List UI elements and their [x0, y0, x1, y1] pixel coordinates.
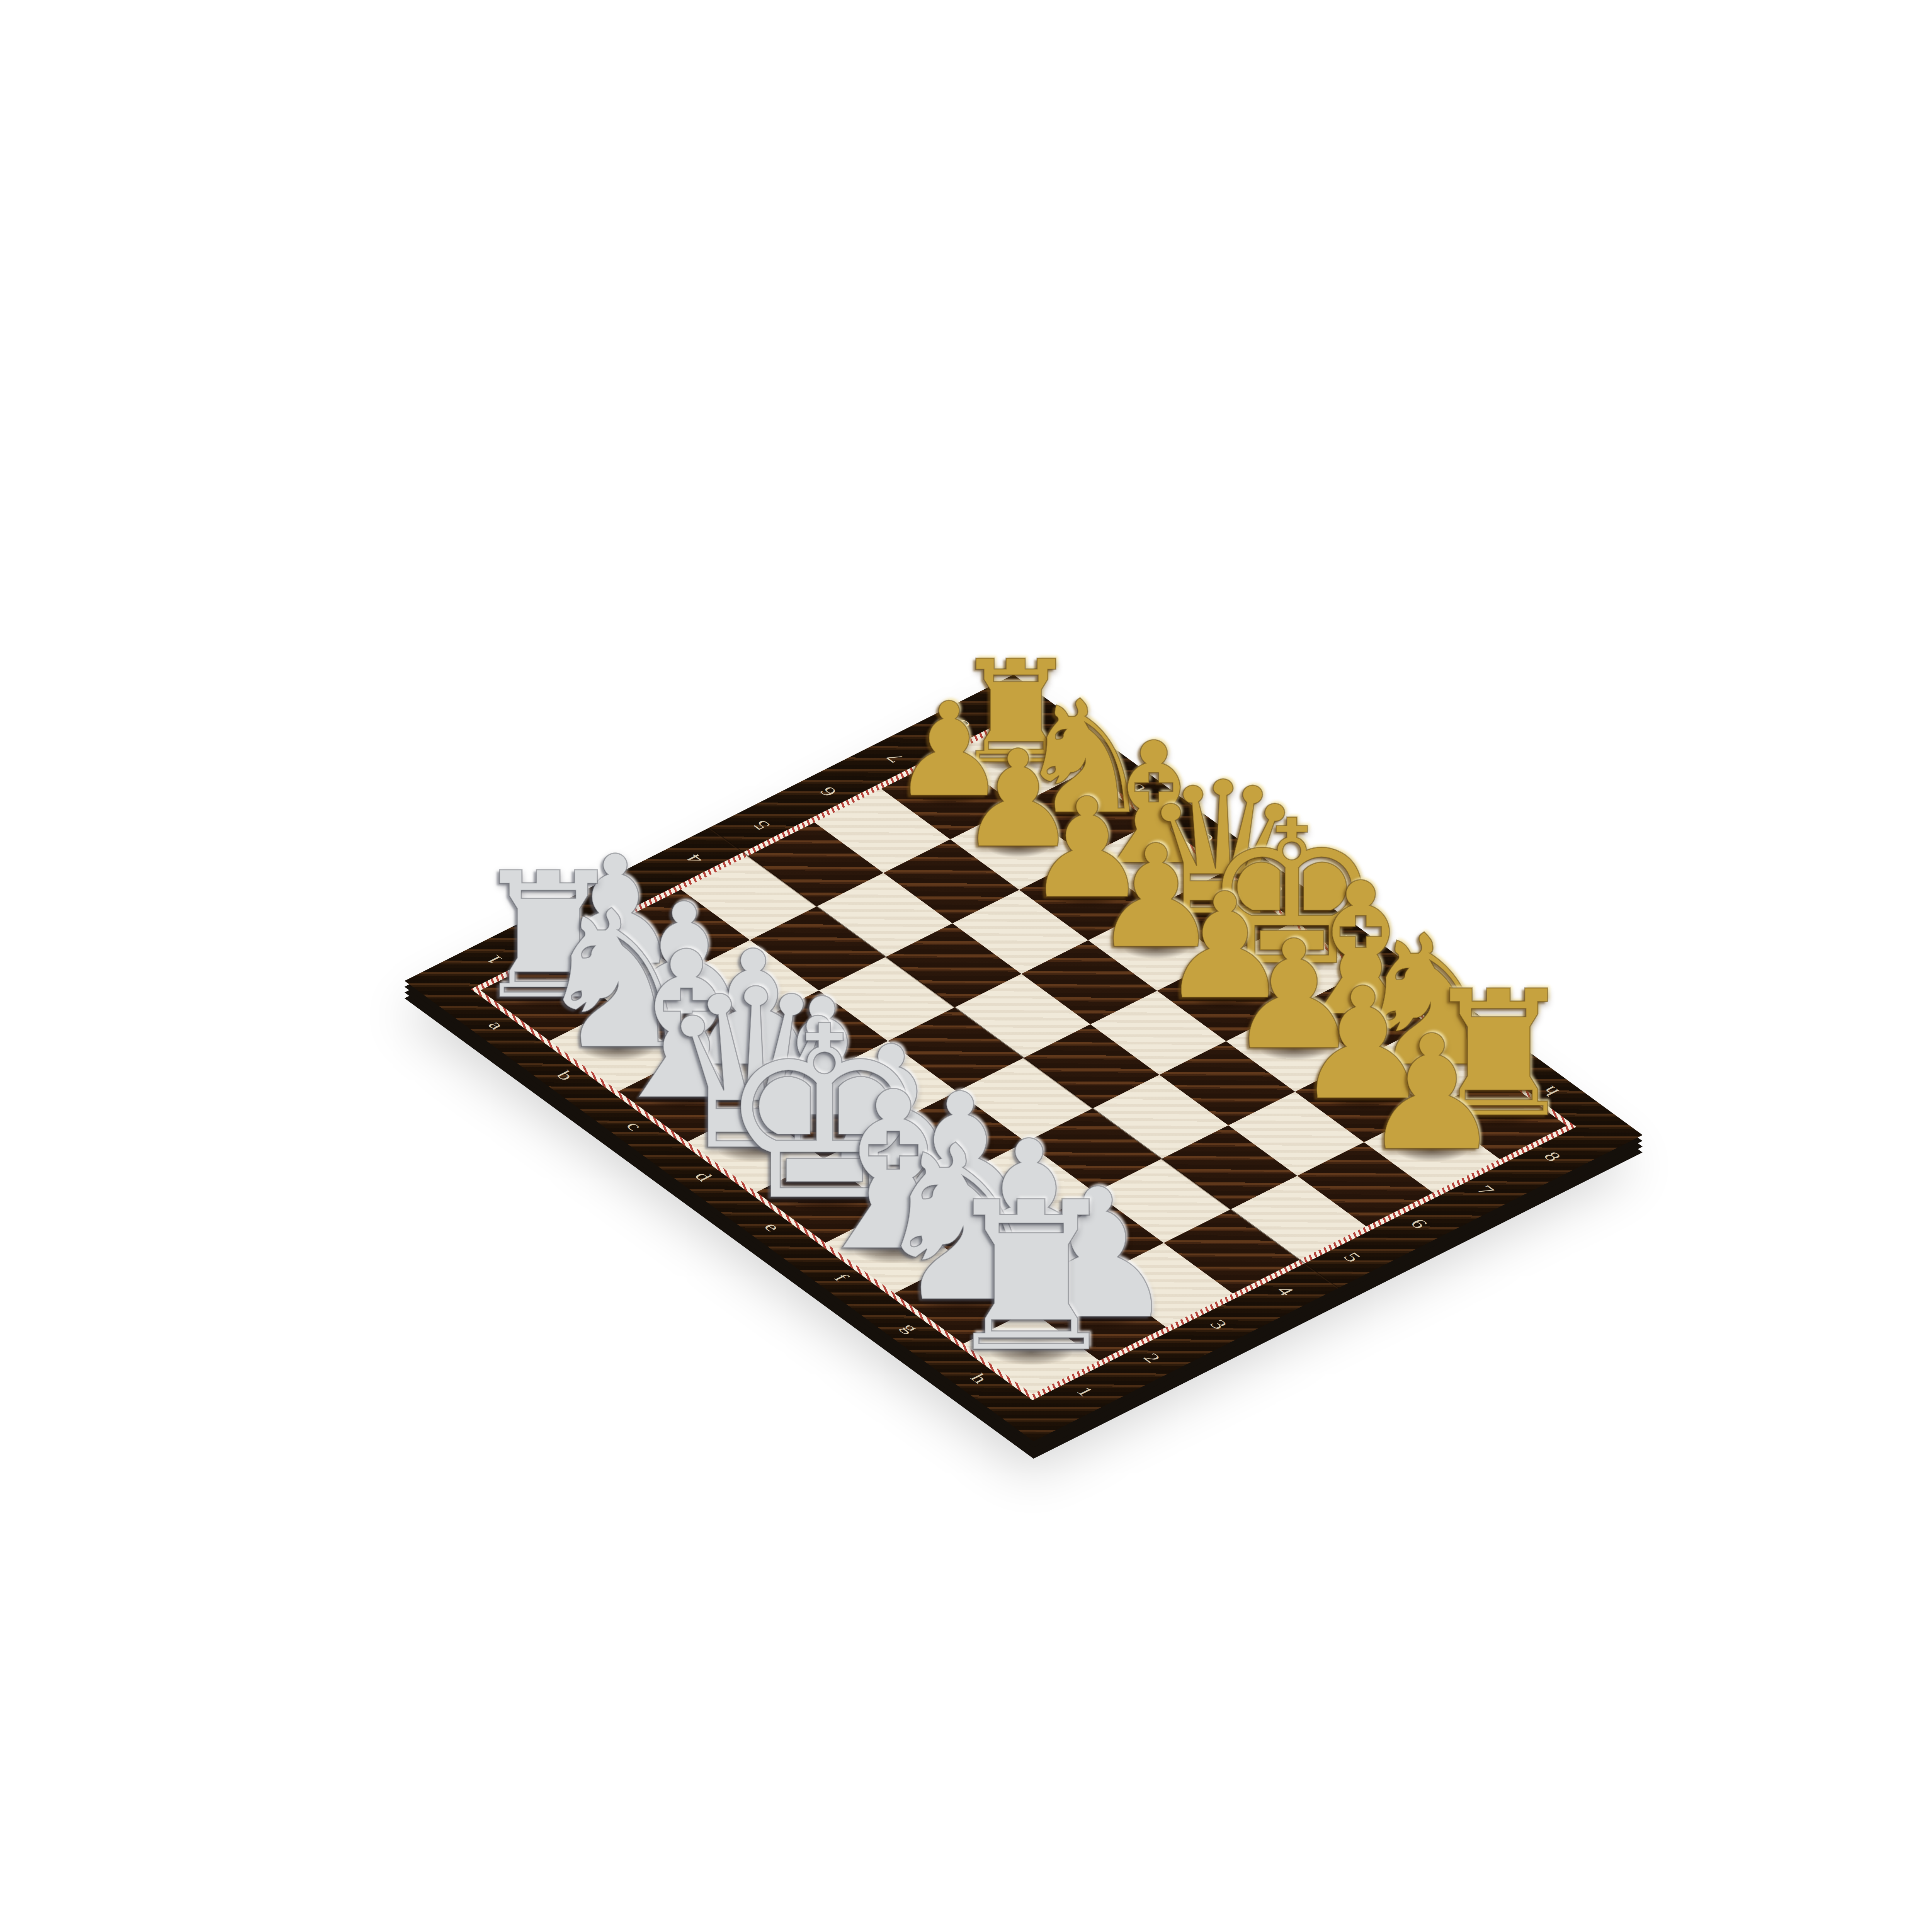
piece-silver-rook-h1: ♜ — [939, 1175, 1124, 1381]
board-photo-scene: abcdefgh8877665544332211abcdefgh ♜♞♝♛♚♝♞… — [0, 0, 1932, 1932]
piece-gold-pawn-h7: ♟ — [1361, 1014, 1503, 1173]
pieces-layer: ♜♞♝♛♚♝♞♜♟♟♟♟♟♟♟♟♟♟♟♟♟♟♟♟♜♞♝♛♚♝♞♜ — [0, 0, 1932, 1932]
photo-background: abcdefgh8877665544332211abcdefgh ♜♞♝♛♚♝♞… — [0, 0, 1932, 1932]
